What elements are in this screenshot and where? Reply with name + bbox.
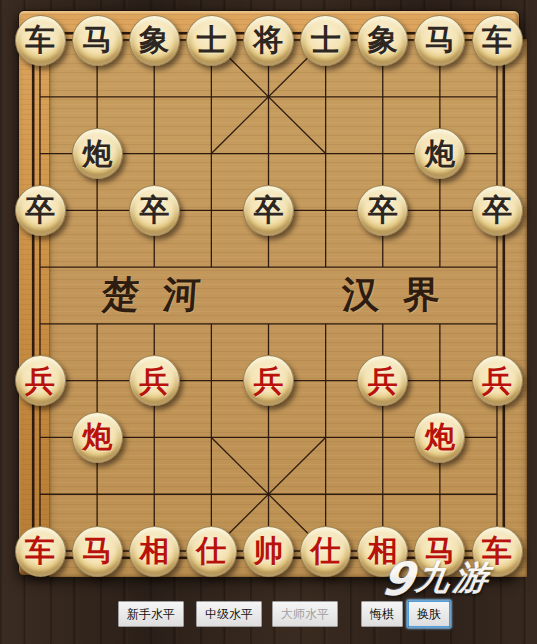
piece-glyph: 车 — [25, 25, 55, 55]
piece-black-horse-left[interactable]: 马 — [72, 15, 123, 66]
piece-red-chariot-left[interactable]: 车 — [15, 526, 66, 577]
piece-red-horse-left[interactable]: 马 — [72, 526, 123, 577]
piece-red-pawn-1[interactable]: 兵 — [15, 355, 66, 406]
piece-glyph: 帅 — [254, 536, 284, 566]
piece-glyph: 车 — [25, 536, 55, 566]
piece-red-pawn-3[interactable]: 兵 — [243, 355, 294, 406]
piece-glyph: 兵 — [25, 366, 55, 396]
piece-glyph: 象 — [139, 25, 169, 55]
piece-glyph: 将 — [254, 25, 284, 55]
change-skin-button[interactable]: 换肤 — [408, 601, 450, 627]
piece-red-cannon-right[interactable]: 炮 — [414, 412, 465, 463]
intermediate-level-button[interactable]: 中级水平 — [196, 601, 262, 627]
piece-red-advisor-right[interactable]: 仕 — [300, 526, 351, 577]
piece-red-general[interactable]: 帅 — [243, 526, 294, 577]
piece-glyph: 马 — [82, 25, 112, 55]
piece-glyph: 士 — [311, 25, 341, 55]
piece-glyph: 车 — [482, 536, 512, 566]
piece-glyph: 士 — [196, 25, 226, 55]
piece-black-advisor-right[interactable]: 士 — [300, 15, 351, 66]
piece-black-chariot-right[interactable]: 车 — [472, 15, 523, 66]
piece-black-pawn-1[interactable]: 卒 — [15, 185, 66, 236]
piece-glyph: 兵 — [254, 366, 284, 396]
piece-black-elephant-right[interactable]: 象 — [357, 15, 408, 66]
novice-level-button[interactable]: 新手水平 — [118, 601, 184, 627]
piece-glyph: 卒 — [368, 195, 398, 225]
undo-move-button[interactable]: 悔棋 — [361, 601, 403, 627]
piece-glyph: 卒 — [25, 195, 55, 225]
piece-glyph: 兵 — [139, 366, 169, 396]
piece-red-elephant-right[interactable]: 相 — [357, 526, 408, 577]
piece-glyph: 仕 — [311, 536, 341, 566]
piece-black-pawn-3[interactable]: 卒 — [243, 185, 294, 236]
piece-red-advisor-left[interactable]: 仕 — [186, 526, 237, 577]
piece-glyph: 仕 — [196, 536, 226, 566]
piece-glyph: 象 — [368, 25, 398, 55]
river-label-right: 汉界 — [342, 276, 464, 313]
piece-red-elephant-left[interactable]: 相 — [129, 526, 180, 577]
piece-glyph: 相 — [368, 536, 398, 566]
piece-red-pawn-5[interactable]: 兵 — [472, 355, 523, 406]
piece-red-cannon-left[interactable]: 炮 — [72, 412, 123, 463]
piece-glyph: 马 — [425, 25, 455, 55]
piece-glyph: 炮 — [425, 139, 455, 169]
piece-glyph: 炮 — [82, 139, 112, 169]
river-label-left: 楚河 — [101, 276, 226, 313]
piece-glyph: 马 — [82, 536, 112, 566]
piece-glyph: 兵 — [368, 366, 398, 396]
piece-glyph: 炮 — [82, 422, 112, 452]
piece-black-chariot-left[interactable]: 车 — [15, 15, 66, 66]
piece-glyph: 车 — [482, 25, 512, 55]
master-level-button[interactable]: 大师水平 — [272, 601, 338, 627]
piece-black-horse-right[interactable]: 马 — [414, 15, 465, 66]
piece-glyph: 相 — [139, 536, 169, 566]
piece-glyph: 兵 — [482, 366, 512, 396]
piece-glyph: 卒 — [254, 195, 284, 225]
piece-glyph: 卒 — [139, 195, 169, 225]
piece-black-elephant-left[interactable]: 象 — [129, 15, 180, 66]
piece-red-pawn-2[interactable]: 兵 — [129, 355, 180, 406]
piece-black-pawn-4[interactable]: 卒 — [357, 185, 408, 236]
piece-red-chariot-right[interactable]: 车 — [472, 526, 523, 577]
piece-black-general[interactable]: 将 — [243, 15, 294, 66]
piece-black-pawn-2[interactable]: 卒 — [129, 185, 180, 236]
piece-glyph: 炮 — [425, 422, 455, 452]
piece-black-advisor-left[interactable]: 士 — [186, 15, 237, 66]
piece-red-horse-right[interactable]: 马 — [414, 526, 465, 577]
piece-black-cannon-left[interactable]: 炮 — [72, 128, 123, 179]
piece-black-pawn-5[interactable]: 卒 — [472, 185, 523, 236]
piece-glyph: 卒 — [482, 195, 512, 225]
piece-glyph: 马 — [425, 536, 455, 566]
